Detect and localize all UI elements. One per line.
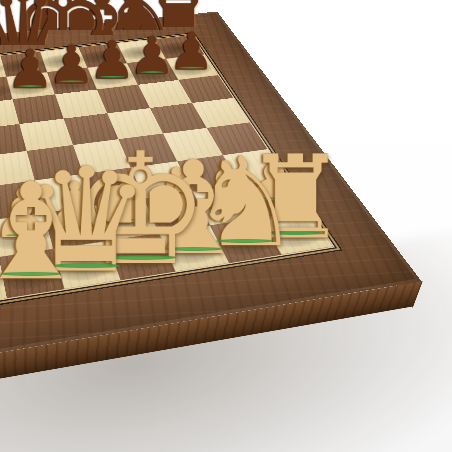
chess-set-photo: ♜♞♝♛♚♝♞♜♟♟♟♟♟♟♟♟♟♟♟♟♟♟♟♟♜♞♝♛♚♝♞♜	[0, 0, 452, 452]
piece-black-pawn-d7: ♟	[7, 43, 55, 96]
scene: ♜♞♝♛♚♝♞♜♟♟♟♟♟♟♟♟♟♟♟♟♟♟♟♟♜♞♝♛♚♝♞♜	[0, 0, 313, 385]
playfield: ♜♞♝♛♚♝♞♜♟♟♟♟♟♟♟♟♟♟♟♟♟♟♟♟♜♞♝♛♚♝♞♜	[0, 35, 333, 317]
